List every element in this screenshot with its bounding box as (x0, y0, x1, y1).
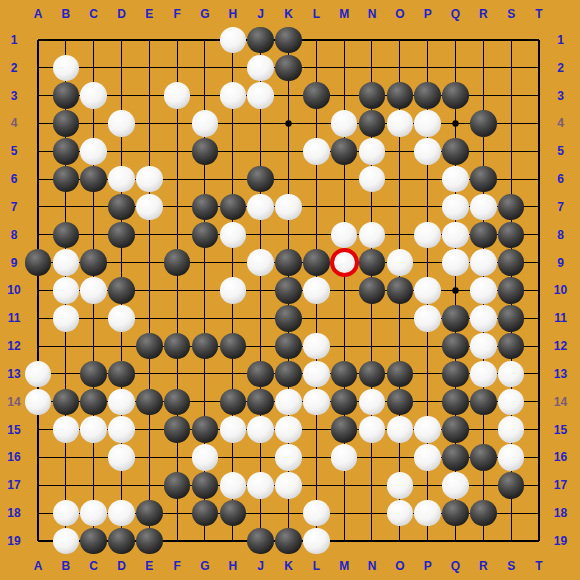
intersection-J16[interactable] (247, 444, 275, 472)
intersection-R19[interactable] (469, 527, 497, 555)
intersection-E14[interactable] (135, 388, 163, 416)
intersection-P16[interactable] (414, 444, 442, 472)
intersection-P3[interactable] (414, 82, 442, 110)
intersection-M10[interactable] (330, 277, 358, 305)
intersection-B5[interactable] (52, 137, 80, 165)
intersection-B4[interactable] (52, 110, 80, 138)
intersection-R7[interactable] (469, 193, 497, 221)
intersection-F19[interactable] (163, 527, 191, 555)
intersection-K3[interactable] (275, 82, 303, 110)
intersection-N13[interactable] (358, 360, 386, 388)
intersection-B15[interactable] (52, 416, 80, 444)
intersection-Q10[interactable] (442, 277, 470, 305)
intersection-E9[interactable] (135, 249, 163, 277)
intersection-G12[interactable] (191, 332, 219, 360)
intersection-S17[interactable] (497, 471, 525, 499)
intersection-F12[interactable] (163, 332, 191, 360)
intersection-B18[interactable] (52, 499, 80, 527)
intersection-J2[interactable] (247, 54, 275, 82)
intersection-H13[interactable] (219, 360, 247, 388)
intersection-C7[interactable] (80, 193, 108, 221)
intersection-B9[interactable] (52, 249, 80, 277)
intersection-H11[interactable] (219, 304, 247, 332)
intersection-O16[interactable] (386, 444, 414, 472)
intersection-N1[interactable] (358, 26, 386, 54)
intersection-Q2[interactable] (442, 54, 470, 82)
intersection-D3[interactable] (108, 82, 136, 110)
intersection-Q12[interactable] (442, 332, 470, 360)
intersection-O13[interactable] (386, 360, 414, 388)
intersection-P11[interactable] (414, 304, 442, 332)
intersection-H6[interactable] (219, 165, 247, 193)
intersection-T6[interactable] (525, 165, 553, 193)
intersection-A14[interactable] (24, 388, 52, 416)
intersection-S19[interactable] (497, 527, 525, 555)
intersection-G15[interactable] (191, 416, 219, 444)
intersection-P18[interactable] (414, 499, 442, 527)
intersection-M3[interactable] (330, 82, 358, 110)
intersection-O12[interactable] (386, 332, 414, 360)
intersection-A1[interactable] (24, 26, 52, 54)
intersection-P6[interactable] (414, 165, 442, 193)
intersection-N9[interactable] (358, 249, 386, 277)
intersection-D14[interactable] (108, 388, 136, 416)
intersection-H9[interactable] (219, 249, 247, 277)
intersection-J4[interactable] (247, 110, 275, 138)
intersection-T2[interactable] (525, 54, 553, 82)
intersection-L8[interactable] (302, 221, 330, 249)
intersection-C17[interactable] (80, 471, 108, 499)
intersection-N14[interactable] (358, 388, 386, 416)
intersection-J3[interactable] (247, 82, 275, 110)
intersection-R3[interactable] (469, 82, 497, 110)
intersection-K17[interactable] (275, 471, 303, 499)
intersection-G6[interactable] (191, 165, 219, 193)
intersection-R12[interactable] (469, 332, 497, 360)
intersection-A6[interactable] (24, 165, 52, 193)
intersection-D4[interactable] (108, 110, 136, 138)
intersection-C2[interactable] (80, 54, 108, 82)
intersection-E1[interactable] (135, 26, 163, 54)
intersection-S6[interactable] (497, 165, 525, 193)
intersection-N3[interactable] (358, 82, 386, 110)
intersection-G19[interactable] (191, 527, 219, 555)
intersection-G10[interactable] (191, 277, 219, 305)
intersection-H16[interactable] (219, 444, 247, 472)
intersection-F9[interactable] (163, 249, 191, 277)
intersection-N15[interactable] (358, 416, 386, 444)
intersection-S5[interactable] (497, 137, 525, 165)
intersection-E16[interactable] (135, 444, 163, 472)
intersection-E10[interactable] (135, 277, 163, 305)
intersection-O2[interactable] (386, 54, 414, 82)
intersection-B19[interactable] (52, 527, 80, 555)
intersection-E13[interactable] (135, 360, 163, 388)
intersection-N11[interactable] (358, 304, 386, 332)
intersection-C6[interactable] (80, 165, 108, 193)
intersection-K11[interactable] (275, 304, 303, 332)
intersection-E5[interactable] (135, 137, 163, 165)
intersection-J1[interactable] (247, 26, 275, 54)
intersection-D13[interactable] (108, 360, 136, 388)
intersection-D12[interactable] (108, 332, 136, 360)
intersection-S1[interactable] (497, 26, 525, 54)
intersection-N7[interactable] (358, 193, 386, 221)
intersection-H7[interactable] (219, 193, 247, 221)
intersection-A5[interactable] (24, 137, 52, 165)
intersection-T18[interactable] (525, 499, 553, 527)
intersection-G14[interactable] (191, 388, 219, 416)
intersection-K5[interactable] (275, 137, 303, 165)
intersection-E6[interactable] (135, 165, 163, 193)
intersection-R14[interactable] (469, 388, 497, 416)
intersection-A4[interactable] (24, 110, 52, 138)
intersection-S4[interactable] (497, 110, 525, 138)
intersection-G2[interactable] (191, 54, 219, 82)
intersection-Q1[interactable] (442, 26, 470, 54)
intersection-C9[interactable] (80, 249, 108, 277)
intersection-T12[interactable] (525, 332, 553, 360)
intersection-T11[interactable] (525, 304, 553, 332)
intersection-G9[interactable] (191, 249, 219, 277)
intersection-F16[interactable] (163, 444, 191, 472)
intersection-T19[interactable] (525, 527, 553, 555)
intersection-T3[interactable] (525, 82, 553, 110)
intersection-Q6[interactable] (442, 165, 470, 193)
intersection-B10[interactable] (52, 277, 80, 305)
intersection-A12[interactable] (24, 332, 52, 360)
intersection-H15[interactable] (219, 416, 247, 444)
intersection-T14[interactable] (525, 388, 553, 416)
intersection-L14[interactable] (302, 388, 330, 416)
intersection-C3[interactable] (80, 82, 108, 110)
intersection-Q15[interactable] (442, 416, 470, 444)
intersection-D2[interactable] (108, 54, 136, 82)
intersection-O9[interactable] (386, 249, 414, 277)
intersection-M18[interactable] (330, 499, 358, 527)
intersection-B14[interactable] (52, 388, 80, 416)
intersection-K14[interactable] (275, 388, 303, 416)
intersection-B8[interactable] (52, 221, 80, 249)
intersection-S12[interactable] (497, 332, 525, 360)
intersection-C11[interactable] (80, 304, 108, 332)
intersection-P8[interactable] (414, 221, 442, 249)
intersection-R17[interactable] (469, 471, 497, 499)
intersection-K8[interactable] (275, 221, 303, 249)
intersection-H17[interactable] (219, 471, 247, 499)
intersection-C5[interactable] (80, 137, 108, 165)
intersection-T15[interactable] (525, 416, 553, 444)
intersection-G13[interactable] (191, 360, 219, 388)
intersection-A13[interactable] (24, 360, 52, 388)
intersection-P17[interactable] (414, 471, 442, 499)
intersection-E3[interactable] (135, 82, 163, 110)
intersection-Q14[interactable] (442, 388, 470, 416)
intersection-M11[interactable] (330, 304, 358, 332)
intersection-H14[interactable] (219, 388, 247, 416)
intersection-T13[interactable] (525, 360, 553, 388)
intersection-O4[interactable] (386, 110, 414, 138)
intersection-Q13[interactable] (442, 360, 470, 388)
intersection-M15[interactable] (330, 416, 358, 444)
intersection-H10[interactable] (219, 277, 247, 305)
intersection-O8[interactable] (386, 221, 414, 249)
intersection-R16[interactable] (469, 444, 497, 472)
intersection-B13[interactable] (52, 360, 80, 388)
intersection-G18[interactable] (191, 499, 219, 527)
intersection-O14[interactable] (386, 388, 414, 416)
intersection-N8[interactable] (358, 221, 386, 249)
intersection-P15[interactable] (414, 416, 442, 444)
intersection-N5[interactable] (358, 137, 386, 165)
intersection-M1[interactable] (330, 26, 358, 54)
intersection-P2[interactable] (414, 54, 442, 82)
intersection-K1[interactable] (275, 26, 303, 54)
intersection-P13[interactable] (414, 360, 442, 388)
intersection-D1[interactable] (108, 26, 136, 54)
intersection-T7[interactable] (525, 193, 553, 221)
intersection-C13[interactable] (80, 360, 108, 388)
intersection-R9[interactable] (469, 249, 497, 277)
intersection-B17[interactable] (52, 471, 80, 499)
intersection-K18[interactable] (275, 499, 303, 527)
intersection-H5[interactable] (219, 137, 247, 165)
intersection-T4[interactable] (525, 110, 553, 138)
intersection-K16[interactable] (275, 444, 303, 472)
intersection-P9[interactable] (414, 249, 442, 277)
intersection-E19[interactable] (135, 527, 163, 555)
intersection-O18[interactable] (386, 499, 414, 527)
intersection-M16[interactable] (330, 444, 358, 472)
intersection-M8[interactable] (330, 221, 358, 249)
intersection-H3[interactable] (219, 82, 247, 110)
intersection-C16[interactable] (80, 444, 108, 472)
intersection-J6[interactable] (247, 165, 275, 193)
intersection-G4[interactable] (191, 110, 219, 138)
intersection-P14[interactable] (414, 388, 442, 416)
intersection-H18[interactable] (219, 499, 247, 527)
intersection-C15[interactable] (80, 416, 108, 444)
intersection-C18[interactable] (80, 499, 108, 527)
intersection-N4[interactable] (358, 110, 386, 138)
intersection-H1[interactable] (219, 26, 247, 54)
intersection-F2[interactable] (163, 54, 191, 82)
intersection-J18[interactable] (247, 499, 275, 527)
intersection-J9[interactable] (247, 249, 275, 277)
intersection-L1[interactable] (302, 26, 330, 54)
intersection-P19[interactable] (414, 527, 442, 555)
intersection-D7[interactable] (108, 193, 136, 221)
intersection-O6[interactable] (386, 165, 414, 193)
intersection-L3[interactable] (302, 82, 330, 110)
intersection-R10[interactable] (469, 277, 497, 305)
intersection-R4[interactable] (469, 110, 497, 138)
intersection-R1[interactable] (469, 26, 497, 54)
intersection-M2[interactable] (330, 54, 358, 82)
intersection-O15[interactable] (386, 416, 414, 444)
intersection-F14[interactable] (163, 388, 191, 416)
intersection-H8[interactable] (219, 221, 247, 249)
intersection-P5[interactable] (414, 137, 442, 165)
intersection-M19[interactable] (330, 527, 358, 555)
intersection-P1[interactable] (414, 26, 442, 54)
intersection-L10[interactable] (302, 277, 330, 305)
intersection-A2[interactable] (24, 54, 52, 82)
intersection-J7[interactable] (247, 193, 275, 221)
intersection-C19[interactable] (80, 527, 108, 555)
intersection-E7[interactable] (135, 193, 163, 221)
intersection-J17[interactable] (247, 471, 275, 499)
intersection-A8[interactable] (24, 221, 52, 249)
intersection-T16[interactable] (525, 444, 553, 472)
intersection-Q17[interactable] (442, 471, 470, 499)
intersection-C4[interactable] (80, 110, 108, 138)
intersection-J19[interactable] (247, 527, 275, 555)
intersection-G8[interactable] (191, 221, 219, 249)
intersection-M17[interactable] (330, 471, 358, 499)
intersection-N10[interactable] (358, 277, 386, 305)
intersection-N2[interactable] (358, 54, 386, 82)
intersection-T9[interactable] (525, 249, 553, 277)
intersection-H4[interactable] (219, 110, 247, 138)
intersection-S7[interactable] (497, 193, 525, 221)
intersection-N16[interactable] (358, 444, 386, 472)
intersection-G16[interactable] (191, 444, 219, 472)
intersection-S13[interactable] (497, 360, 525, 388)
intersection-L13[interactable] (302, 360, 330, 388)
intersection-D9[interactable] (108, 249, 136, 277)
intersection-B3[interactable] (52, 82, 80, 110)
intersection-T5[interactable] (525, 137, 553, 165)
intersection-L2[interactable] (302, 54, 330, 82)
intersection-D5[interactable] (108, 137, 136, 165)
intersection-D16[interactable] (108, 444, 136, 472)
intersection-F18[interactable] (163, 499, 191, 527)
intersection-K13[interactable] (275, 360, 303, 388)
intersection-Q4[interactable] (442, 110, 470, 138)
intersection-S3[interactable] (497, 82, 525, 110)
intersection-K9[interactable] (275, 249, 303, 277)
intersection-L11[interactable] (302, 304, 330, 332)
intersection-K2[interactable] (275, 54, 303, 82)
intersection-L18[interactable] (302, 499, 330, 527)
intersection-R11[interactable] (469, 304, 497, 332)
intersection-D6[interactable] (108, 165, 136, 193)
intersection-P7[interactable] (414, 193, 442, 221)
intersection-L15[interactable] (302, 416, 330, 444)
intersection-G17[interactable] (191, 471, 219, 499)
intersection-D8[interactable] (108, 221, 136, 249)
intersection-B6[interactable] (52, 165, 80, 193)
intersection-E18[interactable] (135, 499, 163, 527)
intersection-Q8[interactable] (442, 221, 470, 249)
intersection-J5[interactable] (247, 137, 275, 165)
intersection-O3[interactable] (386, 82, 414, 110)
intersection-S8[interactable] (497, 221, 525, 249)
intersection-R8[interactable] (469, 221, 497, 249)
intersection-B2[interactable] (52, 54, 80, 82)
intersection-S14[interactable] (497, 388, 525, 416)
intersection-L6[interactable] (302, 165, 330, 193)
intersection-A19[interactable] (24, 527, 52, 555)
intersection-L5[interactable] (302, 137, 330, 165)
intersection-D17[interactable] (108, 471, 136, 499)
intersection-K7[interactable] (275, 193, 303, 221)
intersection-O10[interactable] (386, 277, 414, 305)
intersection-H12[interactable] (219, 332, 247, 360)
intersection-P4[interactable] (414, 110, 442, 138)
intersection-F15[interactable] (163, 416, 191, 444)
intersection-B1[interactable] (52, 26, 80, 54)
intersection-M9[interactable] (330, 249, 358, 277)
intersection-M5[interactable] (330, 137, 358, 165)
intersection-C8[interactable] (80, 221, 108, 249)
intersection-L16[interactable] (302, 444, 330, 472)
intersection-N12[interactable] (358, 332, 386, 360)
intersection-N17[interactable] (358, 471, 386, 499)
intersection-P12[interactable] (414, 332, 442, 360)
intersection-A16[interactable] (24, 444, 52, 472)
intersection-A15[interactable] (24, 416, 52, 444)
intersection-J11[interactable] (247, 304, 275, 332)
intersection-P10[interactable] (414, 277, 442, 305)
intersection-Q9[interactable] (442, 249, 470, 277)
intersection-G7[interactable] (191, 193, 219, 221)
intersection-A18[interactable] (24, 499, 52, 527)
intersection-H2[interactable] (219, 54, 247, 82)
intersection-N18[interactable] (358, 499, 386, 527)
intersection-T17[interactable] (525, 471, 553, 499)
intersection-R13[interactable] (469, 360, 497, 388)
intersection-R6[interactable] (469, 165, 497, 193)
intersection-M12[interactable] (330, 332, 358, 360)
intersection-R18[interactable] (469, 499, 497, 527)
intersection-F3[interactable] (163, 82, 191, 110)
intersection-K10[interactable] (275, 277, 303, 305)
intersection-O11[interactable] (386, 304, 414, 332)
intersection-F6[interactable] (163, 165, 191, 193)
intersection-G1[interactable] (191, 26, 219, 54)
intersection-R5[interactable] (469, 137, 497, 165)
intersection-M14[interactable] (330, 388, 358, 416)
intersection-E8[interactable] (135, 221, 163, 249)
intersection-N19[interactable] (358, 527, 386, 555)
intersection-A9[interactable] (24, 249, 52, 277)
intersection-E11[interactable] (135, 304, 163, 332)
intersection-F7[interactable] (163, 193, 191, 221)
intersection-Q3[interactable] (442, 82, 470, 110)
intersection-D10[interactable] (108, 277, 136, 305)
intersection-O19[interactable] (386, 527, 414, 555)
intersection-F8[interactable] (163, 221, 191, 249)
intersection-J12[interactable] (247, 332, 275, 360)
intersection-G5[interactable] (191, 137, 219, 165)
intersection-S9[interactable] (497, 249, 525, 277)
intersection-R2[interactable] (469, 54, 497, 82)
intersection-O7[interactable] (386, 193, 414, 221)
intersection-A17[interactable] (24, 471, 52, 499)
intersection-L17[interactable] (302, 471, 330, 499)
intersection-C12[interactable] (80, 332, 108, 360)
intersection-K4[interactable] (275, 110, 303, 138)
intersection-K6[interactable] (275, 165, 303, 193)
intersection-M13[interactable] (330, 360, 358, 388)
intersection-E15[interactable] (135, 416, 163, 444)
intersection-R15[interactable] (469, 416, 497, 444)
intersection-J13[interactable] (247, 360, 275, 388)
intersection-M4[interactable] (330, 110, 358, 138)
intersection-J10[interactable] (247, 277, 275, 305)
